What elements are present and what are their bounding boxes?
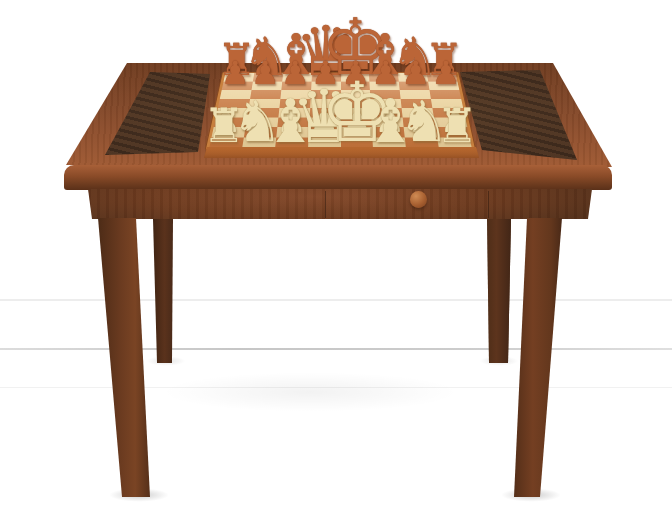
square-b5 [248, 99, 280, 108]
square-f1 [373, 138, 406, 148]
square-c4 [278, 108, 310, 117]
table-leg-front-left [96, 218, 152, 497]
square-b1 [242, 138, 276, 148]
square-c2 [276, 127, 309, 137]
photo-scene: ♜♞♝♛♚♝♞♜♟♟♟♟♟♟♟♟♟♟♟♟♟♟♟♟♜♞♝♛♚♝♞♜ [0, 0, 672, 510]
square-e6 [341, 90, 371, 99]
square-a1 [209, 138, 244, 148]
square-g5 [401, 99, 433, 108]
wall-panel-seam [0, 299, 672, 301]
square-c7 [281, 81, 311, 90]
square-g8 [398, 73, 428, 81]
square-c1 [275, 138, 308, 148]
square-d8 [311, 73, 340, 81]
square-g7 [399, 81, 430, 90]
square-b7 [251, 81, 282, 90]
square-c6 [280, 90, 311, 99]
drawer-seam-right [488, 191, 489, 218]
square-h8 [427, 73, 458, 81]
square-c5 [279, 99, 310, 108]
square-h6 [430, 90, 462, 99]
square-a6 [220, 90, 252, 99]
square-b6 [250, 90, 281, 99]
square-f3 [372, 118, 404, 128]
square-d4 [309, 108, 340, 117]
square-f8 [369, 73, 399, 81]
square-h2 [436, 127, 470, 137]
square-h5 [431, 99, 463, 108]
square-f4 [371, 108, 403, 117]
square-e3 [341, 118, 373, 128]
square-b2 [244, 127, 277, 137]
square-c3 [277, 118, 309, 128]
square-a5 [218, 99, 250, 108]
square-b3 [245, 118, 278, 128]
square-e1 [341, 138, 374, 148]
table-leg-rear-right [486, 219, 512, 363]
square-d1 [308, 138, 341, 148]
square-b4 [247, 108, 279, 117]
square-f7 [370, 81, 400, 90]
table-leg-rear-left [152, 219, 175, 363]
drawer-knob [410, 191, 427, 208]
chessboard-front-edge [204, 147, 479, 158]
square-f5 [371, 99, 402, 108]
chessboard [206, 72, 475, 149]
square-g2 [404, 127, 437, 137]
square-a4 [216, 108, 249, 117]
square-h1 [437, 138, 472, 148]
square-d7 [311, 81, 341, 90]
table-floor-shadow [160, 372, 460, 412]
square-g3 [403, 118, 436, 128]
square-a2 [211, 127, 245, 137]
drawer-apron [88, 189, 592, 219]
square-f6 [370, 90, 401, 99]
table-leg-front-right [512, 218, 564, 497]
square-f2 [372, 127, 405, 137]
square-d6 [310, 90, 340, 99]
square-d5 [310, 99, 341, 108]
square-e2 [341, 127, 373, 137]
square-g6 [400, 90, 431, 99]
square-a3 [214, 118, 247, 128]
square-h7 [428, 81, 459, 90]
square-b8 [253, 73, 283, 81]
square-g1 [405, 138, 439, 148]
square-h4 [433, 108, 466, 117]
square-e8 [341, 73, 370, 81]
square-d3 [309, 118, 341, 128]
wall-floor-seam [0, 348, 672, 350]
square-c8 [282, 73, 312, 81]
square-a8 [224, 73, 255, 81]
tabletop-front-edge [64, 165, 612, 190]
square-e7 [341, 81, 371, 90]
square-e4 [341, 108, 372, 117]
square-g4 [402, 108, 434, 117]
square-e5 [341, 99, 372, 108]
square-a7 [222, 81, 253, 90]
drawer-seam-left [325, 191, 326, 218]
square-h3 [434, 118, 467, 128]
square-d2 [308, 127, 340, 137]
chessboard-perspective-wrap [206, 71, 475, 149]
